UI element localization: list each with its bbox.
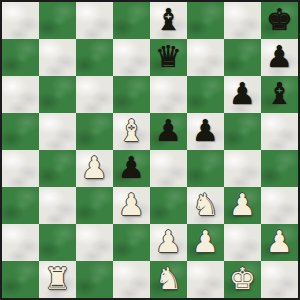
chess-board: ♝♚♛♟♟♝♝♟♟♟♟♟♞♟♟♟♟♜♞♚	[0, 0, 300, 300]
square-a4[interactable]	[2, 150, 39, 187]
square-c8[interactable]	[76, 2, 113, 39]
white-pawn[interactable]: ♟	[81, 153, 108, 183]
square-a7[interactable]	[2, 39, 39, 76]
square-a3[interactable]	[2, 187, 39, 224]
black-queen[interactable]: ♛	[155, 42, 182, 72]
square-a1[interactable]	[2, 261, 39, 298]
square-e6[interactable]	[150, 76, 187, 113]
square-c6[interactable]	[76, 76, 113, 113]
square-f8[interactable]	[187, 2, 224, 39]
square-d6[interactable]	[113, 76, 150, 113]
square-e7[interactable]: ♛	[150, 39, 187, 76]
square-c4[interactable]: ♟	[76, 150, 113, 187]
square-h7[interactable]: ♟	[261, 39, 298, 76]
square-b6[interactable]	[39, 76, 76, 113]
chess-app: ♝♚♛♟♟♝♝♟♟♟♟♟♞♟♟♟♟♜♞♚	[0, 0, 300, 300]
black-pawn[interactable]: ♟	[266, 42, 293, 72]
square-c1[interactable]	[76, 261, 113, 298]
square-d3[interactable]: ♟	[113, 187, 150, 224]
white-king[interactable]: ♚	[229, 264, 256, 294]
square-c3[interactable]	[76, 187, 113, 224]
white-pawn[interactable]: ♟	[229, 190, 256, 220]
black-pawn[interactable]: ♟	[192, 116, 219, 146]
black-pawn[interactable]: ♟	[118, 153, 145, 183]
square-d5[interactable]: ♝	[113, 113, 150, 150]
square-e4[interactable]	[150, 150, 187, 187]
square-h3[interactable]	[261, 187, 298, 224]
square-b8[interactable]	[39, 2, 76, 39]
black-king[interactable]: ♚	[266, 5, 293, 35]
square-d4[interactable]: ♟	[113, 150, 150, 187]
square-b5[interactable]	[39, 113, 76, 150]
square-e5[interactable]: ♟	[150, 113, 187, 150]
square-h5[interactable]	[261, 113, 298, 150]
square-a6[interactable]	[2, 76, 39, 113]
square-e8[interactable]: ♝	[150, 2, 187, 39]
black-bishop[interactable]: ♝	[155, 5, 182, 35]
square-a2[interactable]	[2, 224, 39, 261]
square-a8[interactable]	[2, 2, 39, 39]
white-bishop[interactable]: ♝	[118, 116, 145, 146]
square-d1[interactable]	[113, 261, 150, 298]
square-g8[interactable]	[224, 2, 261, 39]
square-b3[interactable]	[39, 187, 76, 224]
white-rook[interactable]: ♜	[44, 264, 71, 294]
square-f6[interactable]	[187, 76, 224, 113]
square-g4[interactable]	[224, 150, 261, 187]
white-knight[interactable]: ♞	[192, 190, 219, 220]
square-h8[interactable]: ♚	[261, 2, 298, 39]
square-c5[interactable]	[76, 113, 113, 150]
white-pawn[interactable]: ♟	[155, 227, 182, 257]
square-f5[interactable]: ♟	[187, 113, 224, 150]
square-c7[interactable]	[76, 39, 113, 76]
white-pawn[interactable]: ♟	[266, 227, 293, 257]
square-f7[interactable]	[187, 39, 224, 76]
black-pawn[interactable]: ♟	[155, 116, 182, 146]
square-g3[interactable]: ♟	[224, 187, 261, 224]
square-d2[interactable]	[113, 224, 150, 261]
square-e3[interactable]	[150, 187, 187, 224]
square-h2[interactable]: ♟	[261, 224, 298, 261]
square-b1[interactable]: ♜	[39, 261, 76, 298]
square-b4[interactable]	[39, 150, 76, 187]
square-g2[interactable]	[224, 224, 261, 261]
square-b7[interactable]	[39, 39, 76, 76]
square-d8[interactable]	[113, 2, 150, 39]
square-c2[interactable]	[76, 224, 113, 261]
square-h1[interactable]	[261, 261, 298, 298]
square-f4[interactable]	[187, 150, 224, 187]
square-e2[interactable]: ♟	[150, 224, 187, 261]
black-bishop[interactable]: ♝	[266, 79, 293, 109]
square-f2[interactable]: ♟	[187, 224, 224, 261]
square-g5[interactable]	[224, 113, 261, 150]
square-f1[interactable]	[187, 261, 224, 298]
white-knight[interactable]: ♞	[155, 264, 182, 294]
square-a5[interactable]	[2, 113, 39, 150]
square-g1[interactable]: ♚	[224, 261, 261, 298]
white-pawn[interactable]: ♟	[118, 190, 145, 220]
square-d7[interactable]	[113, 39, 150, 76]
white-pawn[interactable]: ♟	[192, 227, 219, 257]
square-g6[interactable]: ♟	[224, 76, 261, 113]
square-f3[interactable]: ♞	[187, 187, 224, 224]
square-g7[interactable]	[224, 39, 261, 76]
square-b2[interactable]	[39, 224, 76, 261]
square-h6[interactable]: ♝	[261, 76, 298, 113]
square-h4[interactable]	[261, 150, 298, 187]
square-e1[interactable]: ♞	[150, 261, 187, 298]
black-pawn[interactable]: ♟	[229, 79, 256, 109]
